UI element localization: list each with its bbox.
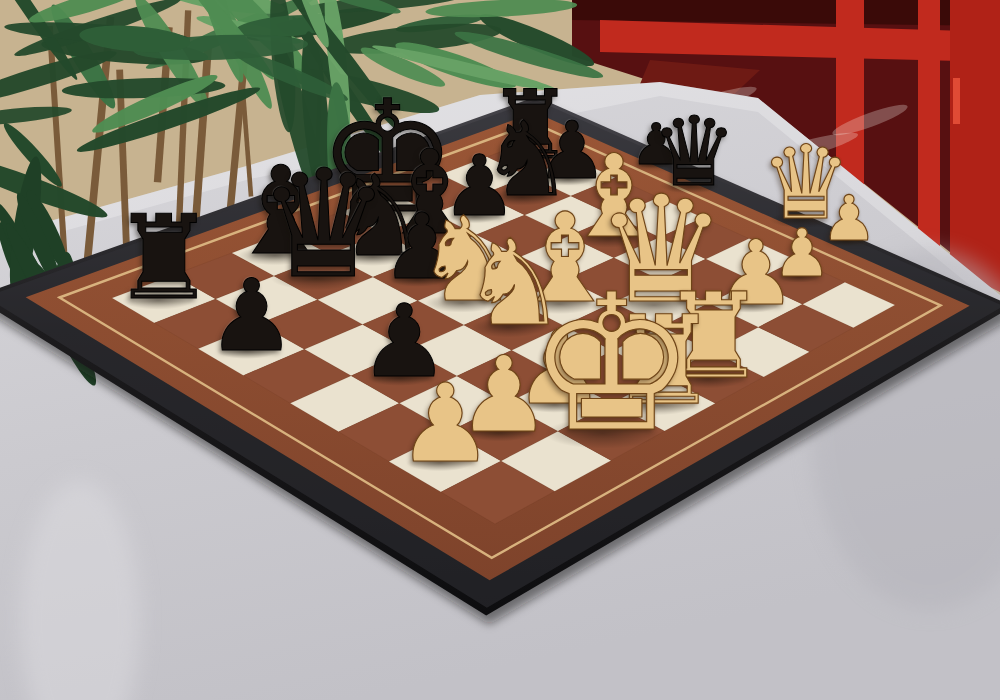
piece-black-pawn-a6[interactable]: ♟ — [207, 266, 296, 365]
piece-black-rook-a8[interactable]: ♜ — [112, 200, 216, 316]
piece-white-king-c1[interactable]: ♚ — [527, 269, 697, 458]
chess-photo-scene: ♜♝♚♜♛♞♝♟♞♟♟♟♟♞♝♞♝♛♟♟♟♟♚♜♜♟♛♛♟♟ — [0, 0, 1000, 700]
piece-white-pawn-a2[interactable]: ♟ — [397, 370, 494, 478]
